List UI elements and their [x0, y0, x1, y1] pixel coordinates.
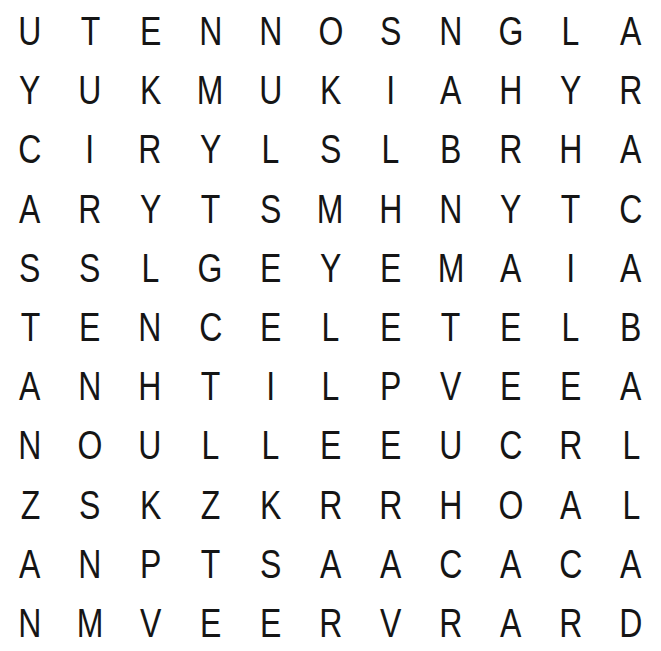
grid-letter: N	[18, 603, 41, 644]
grid-cell-r4c3[interactable]: Y	[120, 178, 180, 237]
grid-cell-r1c6[interactable]: O	[300, 0, 360, 59]
grid-cell-r10c11[interactable]: A	[601, 533, 661, 592]
grid-letter: A	[440, 70, 461, 111]
grid-letter: A	[620, 129, 641, 170]
grid-cell-r1c5[interactable]: N	[240, 0, 300, 59]
grid-letter: S	[79, 248, 100, 289]
grid-cell-r11c2[interactable]: M	[60, 592, 120, 651]
grid-letter: N	[79, 544, 102, 585]
grid-cell-r1c10[interactable]: L	[541, 0, 601, 59]
grid-cell-r9c7[interactable]: R	[361, 473, 421, 532]
grid-letter: S	[79, 485, 100, 526]
grid-cell-r7c1[interactable]: A	[0, 355, 60, 414]
grid-cell-r8c2[interactable]: O	[60, 414, 120, 473]
grid-cell-r1c3[interactable]: E	[120, 0, 180, 59]
grid-cell-r10c6[interactable]: A	[300, 533, 360, 592]
grid-cell-r11c1[interactable]: N	[0, 592, 60, 651]
grid-letter: B	[440, 129, 461, 170]
grid-letter: T	[441, 307, 461, 348]
grid-letter: A	[19, 544, 40, 585]
grid-letter: A	[500, 603, 521, 644]
grid-cell-r4c2[interactable]: R	[60, 178, 120, 237]
grid-cell-r7c6[interactable]: L	[300, 355, 360, 414]
grid-letter: L	[562, 307, 580, 348]
grid-letter: K	[320, 70, 341, 111]
grid-letter: A	[19, 189, 40, 230]
grid-letter: A	[620, 11, 641, 52]
grid-cell-r6c3[interactable]: N	[120, 296, 180, 355]
grid-cell-r7c7[interactable]: P	[361, 355, 421, 414]
grid-cell-r11c8[interactable]: R	[421, 592, 481, 651]
grid-letter: R	[319, 603, 342, 644]
grid-cell-r7c10[interactable]: E	[541, 355, 601, 414]
grid-cell-r1c11[interactable]: A	[601, 0, 661, 59]
grid-letter: C	[199, 307, 222, 348]
grid-letter: R	[619, 70, 642, 111]
grid-letter: E	[260, 603, 281, 644]
grid-letter: S	[260, 189, 281, 230]
grid-cell-r5c7[interactable]: E	[361, 237, 421, 296]
grid-cell-r5c1[interactable]: S	[0, 237, 60, 296]
grid-cell-r5c5[interactable]: E	[240, 237, 300, 296]
grid-cell-r10c10[interactable]: C	[541, 533, 601, 592]
grid-letter: N	[199, 11, 222, 52]
grid-letter: N	[18, 425, 41, 466]
grid-letter: Y	[560, 70, 581, 111]
grid-cell-r9c9[interactable]: O	[481, 473, 541, 532]
grid-letter: A	[320, 544, 341, 585]
grid-letter: A	[620, 366, 641, 407]
grid-letter: N	[439, 11, 462, 52]
grid-cell-r5c6[interactable]: Y	[300, 237, 360, 296]
grid-cell-r1c2[interactable]: T	[60, 0, 120, 59]
grid-cell-r1c4[interactable]: N	[180, 0, 240, 59]
grid-letter: P	[140, 544, 161, 585]
grid-cell-r2c8[interactable]: A	[421, 59, 481, 118]
grid-cell-r2c11[interactable]: R	[601, 59, 661, 118]
grid-cell-r4c10[interactable]: T	[541, 178, 601, 237]
grid-cell-r9c1[interactable]: Z	[0, 473, 60, 532]
grid-letter: Y	[140, 189, 161, 230]
grid-cell-r6c2[interactable]: E	[60, 296, 120, 355]
grid-letter: A	[620, 248, 641, 289]
grid-letter: E	[79, 307, 100, 348]
grid-cell-r2c7[interactable]: I	[361, 59, 421, 118]
grid-letter: T	[201, 189, 221, 230]
grid-letter: N	[439, 189, 462, 230]
grid-letter: E	[500, 366, 521, 407]
grid-letter: Y	[500, 189, 521, 230]
grid-letter: V	[380, 603, 401, 644]
grid-cell-r3c11[interactable]: A	[601, 118, 661, 177]
grid-cell-r9c11[interactable]: L	[601, 473, 661, 532]
grid-cell-r8c8[interactable]: U	[421, 414, 481, 473]
grid-cell-r7c11[interactable]: A	[601, 355, 661, 414]
grid-letter: L	[382, 129, 400, 170]
grid-cell-r6c6[interactable]: L	[300, 296, 360, 355]
grid-letter: H	[379, 189, 402, 230]
grid-cell-r2c10[interactable]: Y	[541, 59, 601, 118]
grid-cell-r8c1[interactable]: N	[0, 414, 60, 473]
grid-letter: O	[318, 11, 343, 52]
grid-letter: C	[559, 544, 582, 585]
grid-cell-r2c6[interactable]: K	[300, 59, 360, 118]
grid-letter: Z	[201, 485, 221, 526]
grid-cell-r11c7[interactable]: V	[361, 592, 421, 651]
grid-cell-r9c4[interactable]: Z	[180, 473, 240, 532]
grid-letter: S	[320, 129, 341, 170]
grid-letter: O	[498, 485, 523, 526]
grid-letter: K	[140, 70, 161, 111]
grid-letter: A	[19, 366, 40, 407]
grid-letter: L	[141, 248, 159, 289]
grid-cell-r2c2[interactable]: U	[60, 59, 120, 118]
grid-letter: L	[622, 485, 640, 526]
word-search-grid: UTENNOSNGLAYUKMUKIAHYRCIRYLSLBRHAARYTSMH…	[0, 0, 661, 651]
grid-letter: C	[619, 189, 642, 230]
grid-letter: A	[620, 544, 641, 585]
grid-cell-r4c7[interactable]: H	[361, 178, 421, 237]
grid-cell-r1c8[interactable]: N	[421, 0, 481, 59]
grid-cell-r6c4[interactable]: C	[180, 296, 240, 355]
grid-cell-r10c5[interactable]: S	[240, 533, 300, 592]
grid-cell-r8c11[interactable]: L	[601, 414, 661, 473]
grid-cell-r6c9[interactable]: E	[481, 296, 541, 355]
grid-cell-r10c7[interactable]: A	[361, 533, 421, 592]
grid-letter: E	[200, 603, 221, 644]
grid-letter: U	[259, 70, 282, 111]
grid-letter: C	[439, 544, 462, 585]
grid-cell-r9c5[interactable]: K	[240, 473, 300, 532]
grid-letter: L	[262, 425, 280, 466]
grid-cell-r6c10[interactable]: L	[541, 296, 601, 355]
grid-letter: T	[201, 544, 221, 585]
grid-cell-r4c6[interactable]: M	[300, 178, 360, 237]
grid-letter: E	[140, 11, 161, 52]
grid-cell-r4c8[interactable]: N	[421, 178, 481, 237]
grid-cell-r2c1[interactable]: Y	[0, 59, 60, 118]
grid-cell-r8c9[interactable]: C	[481, 414, 541, 473]
grid-letter: C	[499, 425, 522, 466]
grid-letter: M	[197, 70, 224, 111]
grid-letter: H	[499, 70, 522, 111]
grid-letter: R	[379, 485, 402, 526]
grid-letter: L	[562, 11, 580, 52]
grid-cell-r9c6[interactable]: R	[300, 473, 360, 532]
grid-cell-r5c4[interactable]: G	[180, 237, 240, 296]
grid-cell-r7c9[interactable]: E	[481, 355, 541, 414]
grid-letter: L	[322, 307, 340, 348]
grid-cell-r6c8[interactable]: T	[421, 296, 481, 355]
grid-cell-r5c10[interactable]: I	[541, 237, 601, 296]
grid-cell-r11c9[interactable]: A	[481, 592, 541, 651]
grid-letter: L	[322, 366, 340, 407]
grid-cell-r11c6[interactable]: R	[300, 592, 360, 651]
grid-cell-r3c4[interactable]: Y	[180, 118, 240, 177]
grid-letter: K	[260, 485, 281, 526]
grid-cell-r10c9[interactable]: A	[481, 533, 541, 592]
grid-cell-r3c8[interactable]: B	[421, 118, 481, 177]
grid-cell-r3c10[interactable]: H	[541, 118, 601, 177]
grid-letter: Y	[320, 248, 341, 289]
grid-cell-r10c8[interactable]: C	[421, 533, 481, 592]
grid-cell-r5c11[interactable]: A	[601, 237, 661, 296]
grid-letter: A	[500, 248, 521, 289]
grid-cell-r3c5[interactable]: L	[240, 118, 300, 177]
grid-cell-r5c9[interactable]: A	[481, 237, 541, 296]
grid-letter: U	[18, 11, 41, 52]
grid-letter: U	[79, 70, 102, 111]
grid-cell-r8c10[interactable]: R	[541, 414, 601, 473]
grid-cell-r8c6[interactable]: E	[300, 414, 360, 473]
grid-cell-r3c9[interactable]: R	[481, 118, 541, 177]
grid-cell-r3c2[interactable]: I	[60, 118, 120, 177]
grid-cell-r1c1[interactable]: U	[0, 0, 60, 59]
grid-cell-r11c11[interactable]: D	[601, 592, 661, 651]
grid-letter: R	[79, 189, 102, 230]
grid-cell-r6c1[interactable]: T	[0, 296, 60, 355]
grid-letter: R	[559, 603, 582, 644]
grid-cell-r3c6[interactable]: S	[300, 118, 360, 177]
grid-cell-r6c5[interactable]: E	[240, 296, 300, 355]
grid-letter: T	[561, 189, 581, 230]
grid-letter: L	[262, 129, 280, 170]
grid-cell-r7c2[interactable]: N	[60, 355, 120, 414]
grid-cell-r11c3[interactable]: V	[120, 592, 180, 651]
grid-letter: M	[317, 189, 344, 230]
grid-cell-r6c7[interactable]: E	[361, 296, 421, 355]
grid-cell-r7c8[interactable]: V	[421, 355, 481, 414]
grid-cell-r4c4[interactable]: T	[180, 178, 240, 237]
grid-cell-r9c10[interactable]: A	[541, 473, 601, 532]
grid-letter: E	[260, 248, 281, 289]
grid-letter: I	[266, 366, 275, 407]
grid-letter: M	[437, 248, 464, 289]
grid-cell-r1c9[interactable]: G	[481, 0, 541, 59]
grid-cell-r11c10[interactable]: R	[541, 592, 601, 651]
grid-letter: G	[498, 11, 523, 52]
grid-letter: I	[566, 248, 575, 289]
grid-cell-r8c4[interactable]: L	[180, 414, 240, 473]
grid-letter: U	[439, 425, 462, 466]
grid-cell-r4c1[interactable]: A	[0, 178, 60, 237]
grid-letter: P	[380, 366, 401, 407]
grid-letter: S	[260, 544, 281, 585]
grid-cell-r5c3[interactable]: L	[120, 237, 180, 296]
grid-cell-r4c5[interactable]: S	[240, 178, 300, 237]
grid-letter: H	[439, 485, 462, 526]
grid-cell-r2c3[interactable]: K	[120, 59, 180, 118]
grid-letter: L	[622, 425, 640, 466]
grid-cell-r5c8[interactable]: M	[421, 237, 481, 296]
grid-letter: R	[319, 485, 342, 526]
grid-cell-r4c11[interactable]: C	[601, 178, 661, 237]
grid-letter: V	[440, 366, 461, 407]
grid-cell-r8c5[interactable]: L	[240, 414, 300, 473]
grid-letter: R	[559, 425, 582, 466]
grid-cell-r8c7[interactable]: E	[361, 414, 421, 473]
grid-letter: Y	[19, 70, 40, 111]
grid-letter: M	[77, 603, 104, 644]
grid-letter: E	[380, 248, 401, 289]
grid-letter: A	[560, 485, 581, 526]
grid-letter: R	[439, 603, 462, 644]
grid-letter: E	[320, 425, 341, 466]
grid-letter: S	[380, 11, 401, 52]
grid-cell-r2c5[interactable]: U	[240, 59, 300, 118]
grid-letter: I	[86, 129, 95, 170]
grid-letter: R	[499, 129, 522, 170]
grid-letter: N	[79, 366, 102, 407]
grid-cell-r10c2[interactable]: N	[60, 533, 120, 592]
grid-letter: L	[201, 425, 219, 466]
grid-letter: T	[201, 366, 221, 407]
grid-cell-r9c2[interactable]: S	[60, 473, 120, 532]
grid-letter: T	[80, 11, 100, 52]
grid-letter: V	[140, 603, 161, 644]
grid-letter: Y	[200, 129, 221, 170]
grid-letter: N	[259, 11, 282, 52]
grid-letter: D	[619, 603, 642, 644]
grid-letter: U	[139, 425, 162, 466]
grid-letter: B	[620, 307, 641, 348]
grid-letter: H	[559, 129, 582, 170]
grid-cell-r1c7[interactable]: S	[361, 0, 421, 59]
grid-cell-r9c8[interactable]: H	[421, 473, 481, 532]
grid-letter: E	[500, 307, 521, 348]
grid-cell-r9c3[interactable]: K	[120, 473, 180, 532]
grid-letter: C	[18, 129, 41, 170]
grid-cell-r2c9[interactable]: H	[481, 59, 541, 118]
grid-letter: G	[198, 248, 223, 289]
grid-cell-r3c7[interactable]: L	[361, 118, 421, 177]
grid-letter: R	[139, 129, 162, 170]
grid-cell-r3c1[interactable]: C	[0, 118, 60, 177]
grid-letter: E	[380, 425, 401, 466]
grid-letter: N	[139, 307, 162, 348]
grid-cell-r7c5[interactable]: I	[240, 355, 300, 414]
grid-letter: A	[500, 544, 521, 585]
grid-letter: H	[139, 366, 162, 407]
grid-letter: E	[260, 307, 281, 348]
grid-letter: T	[20, 307, 40, 348]
grid-cell-r7c4[interactable]: T	[180, 355, 240, 414]
grid-cell-r10c4[interactable]: T	[180, 533, 240, 592]
grid-cell-r11c5[interactable]: E	[240, 592, 300, 651]
grid-cell-r8c3[interactable]: U	[120, 414, 180, 473]
grid-letter: K	[140, 485, 161, 526]
grid-letter: O	[78, 425, 103, 466]
grid-cell-r2c4[interactable]: M	[180, 59, 240, 118]
grid-cell-r10c3[interactable]: P	[120, 533, 180, 592]
grid-cell-r11c4[interactable]: E	[180, 592, 240, 651]
grid-cell-r6c11[interactable]: B	[601, 296, 661, 355]
grid-letter: S	[19, 248, 40, 289]
grid-cell-r4c9[interactable]: Y	[481, 178, 541, 237]
grid-cell-r5c2[interactable]: S	[60, 237, 120, 296]
grid-cell-r3c3[interactable]: R	[120, 118, 180, 177]
grid-cell-r7c3[interactable]: H	[120, 355, 180, 414]
grid-cell-r10c1[interactable]: A	[0, 533, 60, 592]
grid-letter: Z	[20, 485, 40, 526]
grid-letter: I	[386, 70, 395, 111]
grid-letter: A	[380, 544, 401, 585]
grid-letter: E	[380, 307, 401, 348]
grid-letter: E	[560, 366, 581, 407]
